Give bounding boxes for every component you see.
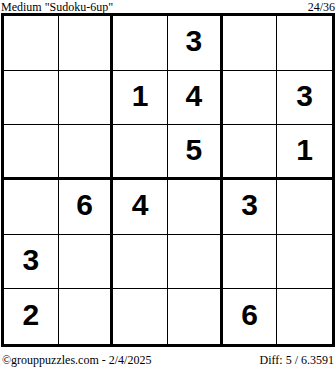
cell-r6c6[interactable]	[277, 289, 332, 344]
cell-r5c3[interactable]	[113, 235, 168, 290]
cell-r4c2: 6	[59, 180, 114, 235]
cell-r5c5[interactable]	[223, 235, 278, 290]
cell-r2c4: 4	[168, 71, 223, 126]
cell-r1c2[interactable]	[59, 16, 114, 71]
cell-r2c1[interactable]	[4, 71, 59, 126]
cell-r3c4: 5	[168, 125, 223, 180]
cell-r3c2[interactable]	[59, 125, 114, 180]
cell-r5c2[interactable]	[59, 235, 114, 290]
cell-r3c5[interactable]	[223, 125, 278, 180]
cell-r6c2[interactable]	[59, 289, 114, 344]
cell-r5c1: 3	[4, 235, 59, 290]
cell-r5c6[interactable]	[277, 235, 332, 290]
cell-r4c1[interactable]	[4, 180, 59, 235]
cell-r3c3[interactable]	[113, 125, 168, 180]
cell-r2c3: 1	[113, 71, 168, 126]
completion-counter: 24/36	[308, 1, 335, 13]
sudoku-board: 314351643326	[1, 13, 335, 347]
sudoku-page: Medium "Sudoku-6up" 24/36 314351643326 ©…	[0, 0, 336, 370]
page-footer: ©grouppuzzles.com - 2/4/2025 Diff: 5 / 6…	[0, 347, 336, 370]
cell-r1c3[interactable]	[113, 16, 168, 71]
cell-r3c6: 1	[277, 125, 332, 180]
cell-r6c1: 2	[4, 289, 59, 344]
cell-r5c4[interactable]	[168, 235, 223, 290]
cell-r2c2[interactable]	[59, 71, 114, 126]
cell-r1c6[interactable]	[277, 16, 332, 71]
cell-r4c6[interactable]	[277, 180, 332, 235]
cell-r6c5: 6	[223, 289, 278, 344]
puzzle-title: Medium "Sudoku-6up"	[1, 1, 113, 13]
cell-r2c6: 3	[277, 71, 332, 126]
cell-r3c1[interactable]	[4, 125, 59, 180]
copyright-text: ©grouppuzzles.com - 2/4/2025	[2, 354, 151, 366]
cell-r4c3: 4	[113, 180, 168, 235]
cell-r6c3[interactable]	[113, 289, 168, 344]
cell-r1c5[interactable]	[223, 16, 278, 71]
cell-r1c4: 3	[168, 16, 223, 71]
cell-r1c1[interactable]	[4, 16, 59, 71]
cell-r4c5: 3	[223, 180, 278, 235]
difficulty-text: Diff: 5 / 6.3591	[260, 354, 334, 366]
cell-r2c5[interactable]	[223, 71, 278, 126]
page-header: Medium "Sudoku-6up" 24/36	[0, 0, 336, 13]
cell-r6c4[interactable]	[168, 289, 223, 344]
cell-r4c4[interactable]	[168, 180, 223, 235]
